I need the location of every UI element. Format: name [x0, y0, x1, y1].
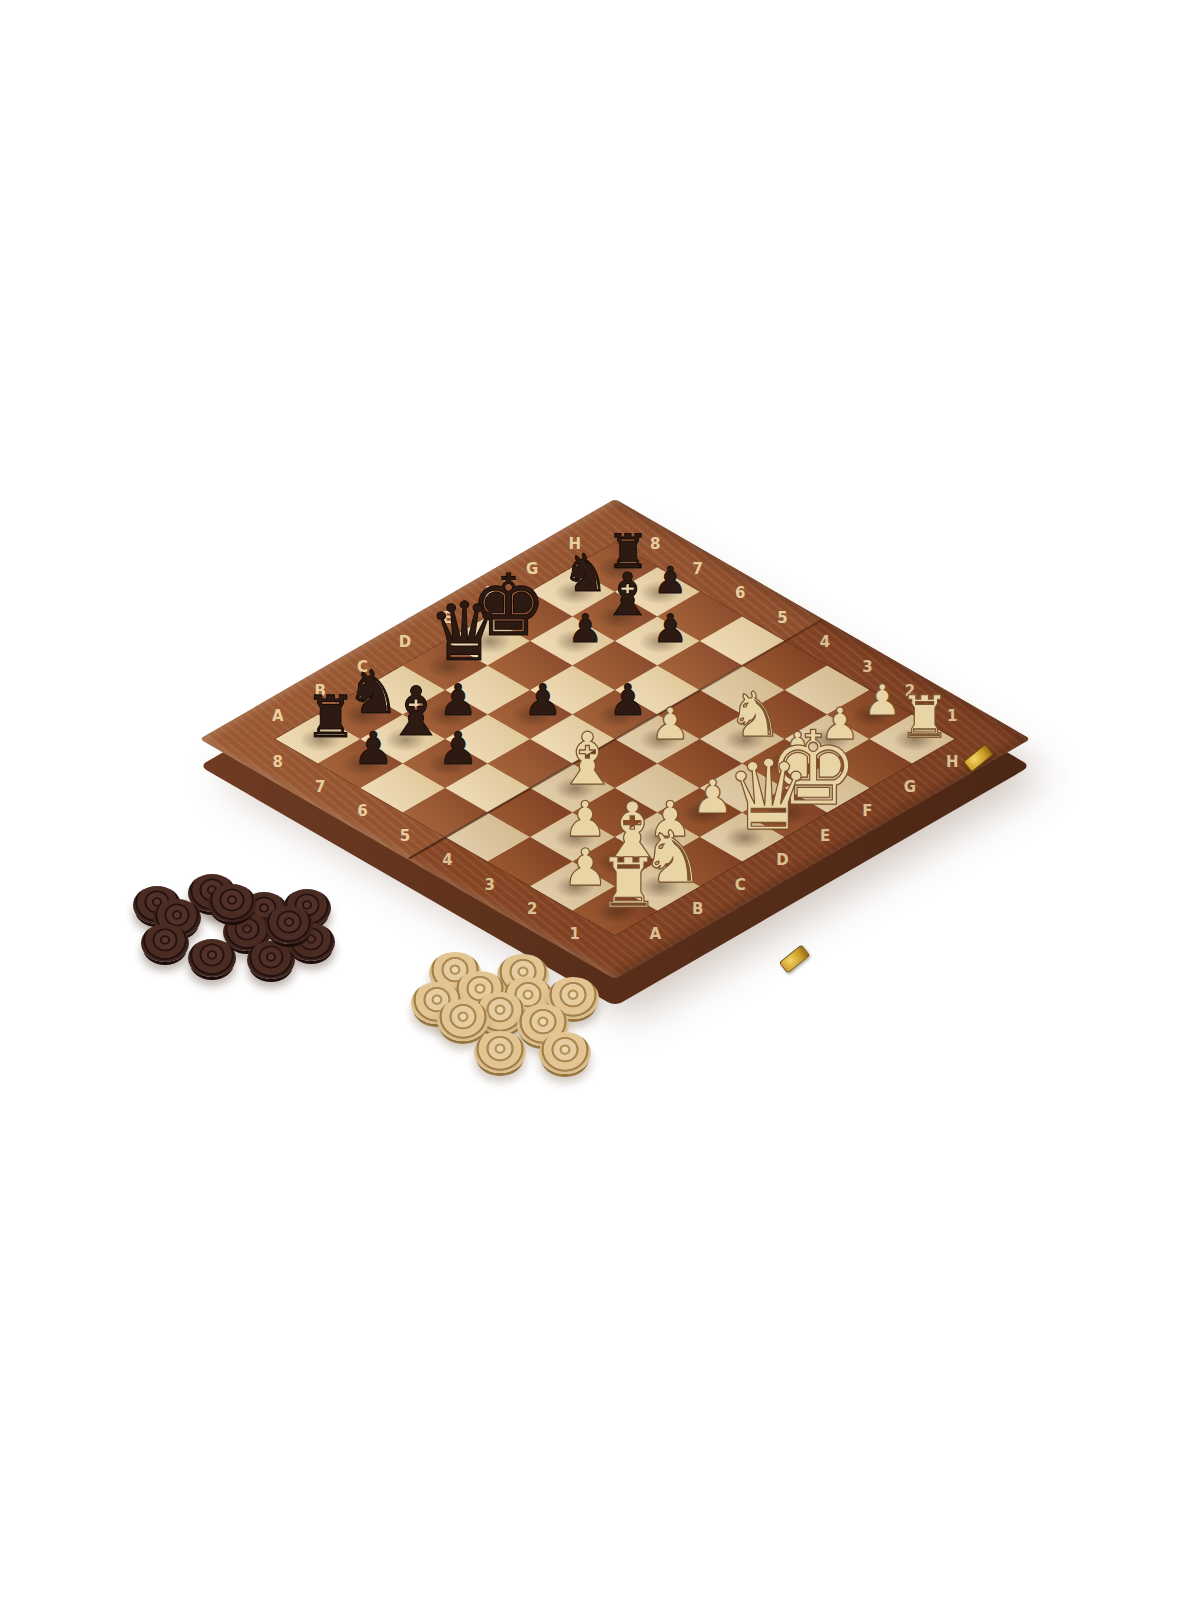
- white-rook-a1[interactable]: ♜: [598, 849, 658, 918]
- white-queen-d1[interactable]: ♛: [725, 747, 785, 844]
- white-rook-h1[interactable]: ♜: [895, 688, 955, 746]
- black-pawn-b6[interactable]: ♟: [428, 726, 488, 771]
- dark-checker-disc[interactable]: [188, 939, 236, 977]
- black-pawn-f7[interactable]: ♟: [555, 609, 615, 648]
- board-grid: ♜♞♛♚♞♜♟♝♟♟♝♟♟♟♟♟♝♟♟♞♟♝♟♟♟♟♟♜♞♛♚♜: [276, 543, 955, 935]
- black-pawn-a7[interactable]: ♟: [343, 726, 403, 771]
- light-checker-disc[interactable]: [474, 1031, 526, 1073]
- dark-checker-disc[interactable]: [141, 924, 189, 962]
- light-checker-disc[interactable]: [437, 999, 489, 1041]
- brass-clasp[interactable]: [779, 944, 810, 973]
- black-queen-d8[interactable]: ♛: [428, 592, 488, 673]
- light-checker-disc[interactable]: [539, 1032, 591, 1074]
- white-bishop-c4[interactable]: ♝: [555, 723, 615, 795]
- dark-checker-disc[interactable]: [208, 884, 256, 922]
- white-pawn-e4[interactable]: ♟: [640, 702, 700, 746]
- black-pawn-d6[interactable]: ♟: [513, 679, 573, 722]
- black-pawn-g6[interactable]: ♟: [640, 609, 700, 648]
- dark-checker-disc[interactable]: [265, 906, 313, 944]
- product-photo-chess-set: ABCDEFGH ABCDEFGH 87654321 87654321 ♜♞♛♚…: [0, 0, 1200, 1600]
